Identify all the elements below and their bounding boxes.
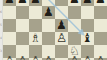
square-c2[interactable]: ♙ [29,58,42,60]
square-g6[interactable] [81,6,94,19]
square-e4[interactable]: ♙ [55,32,68,45]
piece-white-pawn: ♙ [30,55,41,60]
piece-white-pawn: ♙ [17,55,28,60]
square-d5[interactable] [42,19,55,32]
piece-white-pawn: ♙ [43,55,54,60]
square-g2[interactable]: ♙ [81,58,94,60]
square-d6[interactable]: ♟ [42,6,55,19]
piece-black-pawn: ♟ [43,6,54,19]
square-c6[interactable] [29,6,42,19]
square-h4[interactable] [94,32,107,45]
rank-label-5: 5 [0,19,2,32]
square-e2[interactable] [55,58,68,60]
square-c4[interactable]: ♗ [29,32,42,45]
square-a5[interactable] [3,19,16,32]
piece-black-bishop: ♝ [82,32,93,45]
chess-diagram-thumbnail: 765432 ♟♟♟♟♟♟♟♟♗♙♝♘♙♙♙♙♙♙♙ [0,0,107,60]
square-a6[interactable] [3,6,16,19]
rank-label-2: 2 [0,58,2,60]
square-b5[interactable] [16,19,29,32]
piece-white-pawn: ♙ [4,55,15,60]
square-f6[interactable] [68,6,81,19]
square-h6[interactable] [94,6,107,19]
piece-white-pawn: ♙ [95,55,106,60]
square-g4[interactable]: ♝ [81,32,94,45]
rank-label-6: 6 [0,6,2,19]
piece-white-pawn: ♙ [69,55,80,60]
square-h2[interactable]: ♙ [94,58,107,60]
square-d4[interactable] [42,32,55,45]
square-b2[interactable]: ♙ [16,58,29,60]
rank-label-4: 4 [0,32,2,45]
square-b6[interactable] [16,6,29,19]
square-f2[interactable]: ♙ [68,58,81,60]
square-f5[interactable] [68,19,81,32]
square-h5[interactable] [94,19,107,32]
chess-board: ♟♟♟♟♟♟♟♟♗♙♝♘♙♙♙♙♙♙♙ [3,0,107,60]
square-a4[interactable] [3,32,16,45]
piece-white-bishop: ♗ [30,32,41,45]
square-a2[interactable]: ♙ [3,58,16,60]
square-d2[interactable]: ♙ [42,58,55,60]
piece-white-pawn: ♙ [56,32,67,45]
rank-label-3: 3 [0,45,2,58]
square-e3[interactable] [55,45,68,58]
square-b4[interactable] [16,32,29,45]
piece-white-pawn: ♙ [82,55,93,60]
